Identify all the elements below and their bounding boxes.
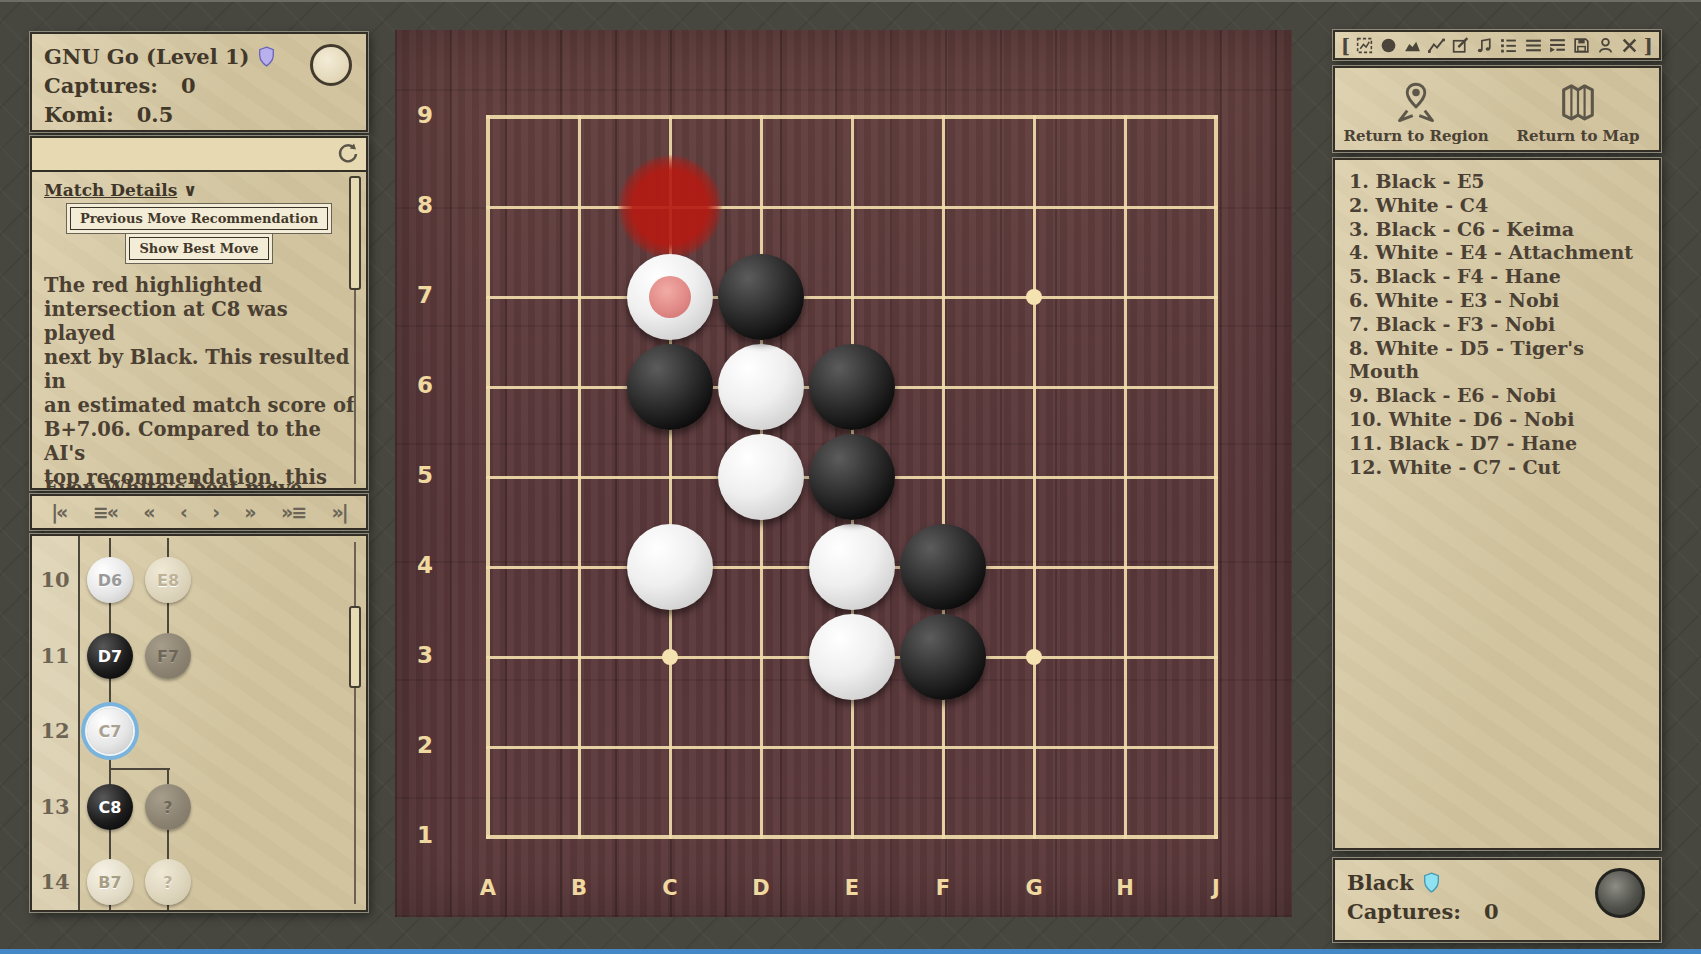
- person-pin-icon[interactable]: [1596, 35, 1616, 55]
- row-label: 3: [407, 642, 443, 668]
- black-stone-badge: [1595, 868, 1645, 918]
- return-to-map-label: Return to Map: [1517, 127, 1640, 145]
- analysis-line: The red highlighted: [44, 274, 356, 298]
- captures-value: 0: [181, 71, 196, 100]
- analysis-line: next by Black. This resulted in: [44, 346, 356, 394]
- star-point-G7: [1026, 289, 1042, 305]
- save-icon[interactable]: [1571, 35, 1591, 55]
- move-list-item: 10. White - D6 - Nobi: [1349, 408, 1659, 432]
- fast-back-button[interactable]: «: [143, 501, 153, 523]
- white-stone-badge: [310, 44, 352, 86]
- opponent-name: GNU Go (Level 1): [44, 42, 249, 71]
- column-label: J: [1196, 876, 1236, 900]
- stone-black-E6: [809, 344, 895, 430]
- tree-node-C8[interactable]: C8: [87, 784, 133, 830]
- tree-scrollbar-track[interactable]: [354, 542, 356, 904]
- row-label: 8: [407, 192, 443, 218]
- next-branch-button[interactable]: »≡: [281, 501, 305, 523]
- move-tree-panel: 1011121314 D6E8D7F7C7C8?B7?: [30, 534, 368, 912]
- previous-move-recommendation-button[interactable]: Previous Move Recommendation: [70, 207, 328, 230]
- tree-line: [110, 768, 170, 770]
- row-label: 4: [407, 552, 443, 578]
- grid-line: [486, 746, 1218, 749]
- last-move-button[interactable]: »|: [332, 501, 347, 523]
- move-navigation-bar: |«≡««‹›»»≡»|: [30, 494, 368, 530]
- move-list-item: 9. Black - E6 - Nobi: [1349, 384, 1659, 408]
- tree-node-D7[interactable]: D7: [87, 633, 133, 679]
- previous-move-button[interactable]: ‹: [180, 501, 186, 523]
- match-panel-body: Match Details ∨ Previous Move Recommenda…: [32, 172, 366, 488]
- bullet-list-icon[interactable]: [1523, 35, 1543, 55]
- row-label: 1: [407, 822, 443, 848]
- red-highlight-C8[interactable]: [618, 155, 722, 259]
- column-label: E: [832, 876, 872, 900]
- move-list-item: 4. White - E4 - Attachment: [1349, 241, 1659, 265]
- komi-label: Komi:: [44, 100, 114, 129]
- numbered-list-icon[interactable]: [1499, 35, 1519, 55]
- purple-shield-icon: [258, 46, 275, 67]
- grid-line: [1033, 115, 1036, 839]
- move-list-item: 5. Black - F4 - Hane: [1349, 265, 1659, 289]
- column-label: G: [1014, 876, 1054, 900]
- chart-frame-icon[interactable]: [1354, 35, 1374, 55]
- match-panel-header: [32, 138, 366, 172]
- move-list-item: 12. White - C7 - Cut: [1349, 456, 1659, 480]
- tree-node-F7[interactable]: F7: [145, 633, 191, 679]
- analysis-line: intersection at C8 was played: [44, 298, 356, 346]
- grid-line: [1214, 115, 1218, 839]
- column-label: C: [650, 876, 690, 900]
- move-list-item: 6. White - E3 - Nobi: [1349, 289, 1659, 313]
- stone-white-E4: [809, 524, 895, 610]
- stone-black-C6: [627, 344, 713, 430]
- analysis-text: The red highlightedintersection at C8 wa…: [44, 274, 356, 488]
- move-list-item: 3. Black - C6 - Keima: [1349, 218, 1659, 242]
- stone-circle-icon[interactable]: [1378, 35, 1398, 55]
- stone-black-F3: [900, 614, 986, 700]
- area-chart-icon[interactable]: [1402, 35, 1422, 55]
- grid-line: [1124, 115, 1127, 839]
- indented-list-icon[interactable]: [1547, 35, 1567, 55]
- chevron-down-icon: ∨: [183, 180, 197, 200]
- tree-node-E8[interactable]: E8: [145, 557, 191, 603]
- previous-branch-button[interactable]: ≡«: [93, 501, 117, 523]
- row-label: 9: [407, 102, 443, 128]
- folded-map-icon: [1556, 81, 1600, 125]
- tree-node-D6[interactable]: D6: [87, 557, 133, 603]
- tree-canvas: D6E8D7F7C7C8?B7?: [32, 536, 366, 910]
- column-label: D: [741, 876, 781, 900]
- scrollbar-thumb[interactable]: [349, 176, 361, 290]
- column-label: H: [1105, 876, 1145, 900]
- tree-node-C7[interactable]: C7: [87, 708, 133, 754]
- stone-white-D5: [718, 434, 804, 520]
- opponent-info-panel: GNU Go (Level 1) Captures:0 Komi:0.5: [30, 32, 368, 132]
- player-captures-value: 0: [1484, 897, 1499, 926]
- return-to-region-button[interactable]: Return to Region: [1335, 68, 1497, 150]
- bottom-accent-bar: [0, 949, 1701, 954]
- last-move-marker: [649, 276, 691, 318]
- toolbar-right-bracket: ]: [1644, 34, 1653, 56]
- move-list-item: 1. Black - E5: [1349, 170, 1659, 194]
- cyan-shield-icon: [1423, 872, 1440, 893]
- move-list-item: 11. Black - D7 - Hane: [1349, 432, 1659, 456]
- fast-forward-button[interactable]: »: [244, 501, 254, 523]
- player-name: Black: [1347, 868, 1414, 897]
- star-point-C3: [662, 649, 678, 665]
- row-label: 2: [407, 732, 443, 758]
- row-label: 6: [407, 372, 443, 398]
- map-navigation-panel: Return to Region Return to Map: [1333, 66, 1661, 152]
- return-to-map-button[interactable]: Return to Map: [1497, 68, 1659, 150]
- toolbar-left-bracket: [: [1341, 34, 1350, 56]
- move-list-item: 8. White - D5 - Tiger's Mouth: [1349, 337, 1659, 385]
- tree-node-B7[interactable]: B7: [87, 859, 133, 905]
- stone-white-C4: [627, 524, 713, 610]
- close-icon[interactable]: [1620, 35, 1640, 55]
- return-to-region-label: Return to Region: [1343, 127, 1488, 145]
- column-label: B: [559, 876, 599, 900]
- move-list-panel: 1. Black - E52. White - C43. Black - C6 …: [1333, 158, 1661, 850]
- match-details-panel: Match Details ∨ Previous Move Recommenda…: [30, 136, 368, 490]
- stone-black-F4: [900, 524, 986, 610]
- music-note-icon[interactable]: [1475, 35, 1495, 55]
- column-label: A: [468, 876, 508, 900]
- analysis-line: B+7.06. Compared to the AI's: [44, 418, 356, 466]
- move-list-item: 7. Black - F3 - Nobi: [1349, 313, 1659, 337]
- star-point-G3: [1026, 649, 1042, 665]
- move-list: 1. Black - E52. White - C43. Black - C6 …: [1349, 170, 1659, 479]
- player-captures-label: Captures:: [1347, 897, 1461, 926]
- go-review-app: A9B8C7D6E5F4G3H2J1 GNU Go (Level 1) Capt…: [0, 0, 1701, 954]
- row-label: 7: [407, 282, 443, 308]
- grid-line: [486, 835, 1218, 839]
- show-best-move-button[interactable]: Show Best Move: [129, 237, 268, 260]
- captures-label: Captures:: [44, 71, 158, 100]
- next-move-button[interactable]: ›: [212, 501, 218, 523]
- move-list-item: 2. White - C4: [1349, 194, 1659, 218]
- refresh-icon[interactable]: [336, 142, 360, 166]
- row-label: 5: [407, 462, 443, 488]
- grid-line: [942, 115, 945, 839]
- stone-white-D6: [718, 344, 804, 430]
- komi-value: 0.5: [137, 100, 174, 129]
- tree-node-unknown-14[interactable]: ?: [145, 859, 191, 905]
- top-toolbar: [ ]: [1333, 30, 1661, 60]
- column-label: F: [923, 876, 963, 900]
- first-move-button[interactable]: |«: [51, 501, 66, 523]
- match-details-toggle[interactable]: Match Details ∨: [44, 180, 366, 200]
- clipped-text-line: Even White's best move would: [44, 477, 366, 488]
- player-info-panel: Black Captures:0: [1333, 858, 1661, 942]
- go-board[interactable]: A9B8C7D6E5F4G3H2J1: [395, 30, 1292, 917]
- stone-black-D7: [718, 254, 804, 340]
- tree-scrollbar-thumb[interactable]: [349, 606, 361, 688]
- analysis-line: an estimated match score of: [44, 394, 356, 418]
- stone-white-E3: [809, 614, 895, 700]
- tree-node-unknown-13[interactable]: ?: [145, 784, 191, 830]
- line-chart-icon[interactable]: [1427, 35, 1447, 55]
- edit-icon[interactable]: [1451, 35, 1471, 55]
- stone-black-E5: [809, 434, 895, 520]
- region-pin-icon: [1394, 81, 1438, 125]
